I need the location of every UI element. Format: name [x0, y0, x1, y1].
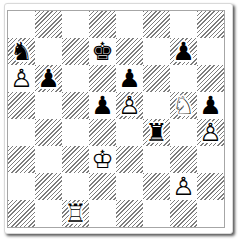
piece-outline-layer: ♔	[91, 146, 113, 173]
piece-white-knight[interactable]: ♞♘	[172, 92, 194, 119]
square-a6[interactable]: ♟♙	[8, 65, 35, 92]
square-e6[interactable]: ♟	[116, 65, 143, 92]
square-f6[interactable]	[143, 65, 170, 92]
piece-outline-layer: ♙	[118, 92, 140, 119]
square-d4[interactable]	[89, 119, 116, 146]
square-f2[interactable]	[143, 173, 170, 200]
square-e5[interactable]: ♟♙	[116, 92, 143, 119]
diagram-frame: ♞♚♟♟♙♟♟♟♟♙♞♘♟♜♟♙♚♔♟♙♜♖	[4, 3, 233, 234]
piece-outline-layer: ♙	[172, 173, 194, 200]
square-d8[interactable]	[89, 11, 116, 38]
square-e8[interactable]	[116, 11, 143, 38]
square-c7[interactable]	[62, 38, 89, 65]
square-b8[interactable]	[35, 11, 62, 38]
square-c2[interactable]	[62, 173, 89, 200]
square-a4[interactable]	[8, 119, 35, 146]
square-f5[interactable]	[143, 92, 170, 119]
square-c1[interactable]: ♜♖	[62, 200, 89, 227]
piece-black-pawn[interactable]: ♟	[172, 38, 194, 65]
piece-white-rook[interactable]: ♜♖	[64, 200, 86, 227]
piece-black-pawn[interactable]: ♟	[118, 65, 140, 92]
square-g8[interactable]	[170, 11, 197, 38]
square-g5[interactable]: ♞♘	[170, 92, 197, 119]
square-b2[interactable]	[35, 173, 62, 200]
piece-outline-layer: ♙	[10, 65, 32, 92]
piece-white-pawn[interactable]: ♟♙	[10, 65, 32, 92]
square-f3[interactable]	[143, 146, 170, 173]
square-a8[interactable]	[8, 11, 35, 38]
square-d2[interactable]	[89, 173, 116, 200]
square-a3[interactable]	[8, 146, 35, 173]
square-e2[interactable]	[116, 173, 143, 200]
piece-white-pawn[interactable]: ♟♙	[199, 119, 221, 146]
square-h8[interactable]	[197, 11, 224, 38]
square-g4[interactable]	[170, 119, 197, 146]
square-h4[interactable]: ♟♙	[197, 119, 224, 146]
square-f7[interactable]	[143, 38, 170, 65]
square-f1[interactable]	[143, 200, 170, 227]
square-d5[interactable]: ♟	[89, 92, 116, 119]
square-a1[interactable]	[8, 200, 35, 227]
square-c3[interactable]	[62, 146, 89, 173]
piece-black-rook[interactable]: ♜	[145, 119, 167, 146]
square-c8[interactable]	[62, 11, 89, 38]
piece-black-pawn[interactable]: ♟	[199, 92, 221, 119]
piece-black-pawn[interactable]: ♟	[37, 65, 59, 92]
square-a2[interactable]	[8, 173, 35, 200]
square-b1[interactable]	[35, 200, 62, 227]
square-d3[interactable]: ♚♔	[89, 146, 116, 173]
chessboard: ♞♚♟♟♙♟♟♟♟♙♞♘♟♜♟♙♚♔♟♙♜♖	[7, 10, 225, 228]
square-f4[interactable]: ♜	[143, 119, 170, 146]
square-a5[interactable]	[8, 92, 35, 119]
square-c6[interactable]	[62, 65, 89, 92]
square-g6[interactable]	[170, 65, 197, 92]
square-f8[interactable]	[143, 11, 170, 38]
square-h5[interactable]: ♟	[197, 92, 224, 119]
piece-white-pawn[interactable]: ♟♙	[118, 92, 140, 119]
square-d1[interactable]	[89, 200, 116, 227]
square-a7[interactable]: ♞	[8, 38, 35, 65]
square-b3[interactable]	[35, 146, 62, 173]
square-h2[interactable]	[197, 173, 224, 200]
piece-black-knight[interactable]: ♞	[10, 38, 32, 65]
square-g1[interactable]	[170, 200, 197, 227]
piece-black-king[interactable]: ♚	[91, 38, 113, 65]
square-c4[interactable]	[62, 119, 89, 146]
square-g2[interactable]: ♟♙	[170, 173, 197, 200]
square-h7[interactable]	[197, 38, 224, 65]
square-c5[interactable]	[62, 92, 89, 119]
square-e7[interactable]	[116, 38, 143, 65]
piece-white-pawn[interactable]: ♟♙	[172, 173, 194, 200]
square-b5[interactable]	[35, 92, 62, 119]
square-h6[interactable]	[197, 65, 224, 92]
square-g3[interactable]	[170, 146, 197, 173]
square-g7[interactable]: ♟	[170, 38, 197, 65]
square-h3[interactable]	[197, 146, 224, 173]
square-b7[interactable]	[35, 38, 62, 65]
piece-black-pawn[interactable]: ♟	[91, 92, 113, 119]
square-b6[interactable]: ♟	[35, 65, 62, 92]
piece-white-king[interactable]: ♚♔	[91, 146, 113, 173]
piece-outline-layer: ♙	[199, 119, 221, 146]
square-b4[interactable]	[35, 119, 62, 146]
piece-outline-layer: ♖	[64, 200, 86, 227]
piece-outline-layer: ♘	[172, 92, 194, 119]
square-e1[interactable]	[116, 200, 143, 227]
square-d6[interactable]	[89, 65, 116, 92]
square-e4[interactable]	[116, 119, 143, 146]
square-d7[interactable]: ♚	[89, 38, 116, 65]
square-e3[interactable]	[116, 146, 143, 173]
square-h1[interactable]	[197, 200, 224, 227]
